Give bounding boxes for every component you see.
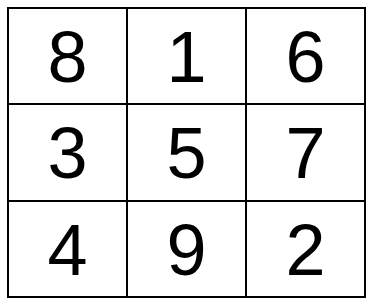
- cell-r1c2: 7: [247, 105, 364, 199]
- cell-value-r0c1: 1: [166, 21, 206, 93]
- cell-value-r2c1: 9: [166, 214, 206, 286]
- cell-value-r0c0: 8: [47, 21, 87, 93]
- cell-r0c2: 6: [247, 9, 364, 103]
- cell-value-r2c0: 4: [47, 214, 87, 286]
- magic-square-page: 8 1 6 3 5 7 4 9 2: [0, 0, 376, 305]
- cell-value-r1c1: 5: [166, 117, 206, 189]
- cell-value-r0c2: 6: [285, 21, 325, 93]
- cell-value-r1c2: 7: [285, 117, 325, 189]
- cell-r2c0: 4: [9, 202, 126, 296]
- cell-r2c2: 2: [247, 202, 364, 296]
- cell-r2c1: 9: [128, 202, 245, 296]
- cell-r0c0: 8: [9, 9, 126, 103]
- cell-r1c1: 5: [128, 105, 245, 199]
- magic-square-board: 8 1 6 3 5 7 4 9 2: [7, 7, 366, 298]
- cell-value-r1c0: 3: [47, 117, 87, 189]
- cell-r1c0: 3: [9, 105, 126, 199]
- cell-r0c1: 1: [128, 9, 245, 103]
- cell-value-r2c2: 2: [285, 214, 325, 286]
